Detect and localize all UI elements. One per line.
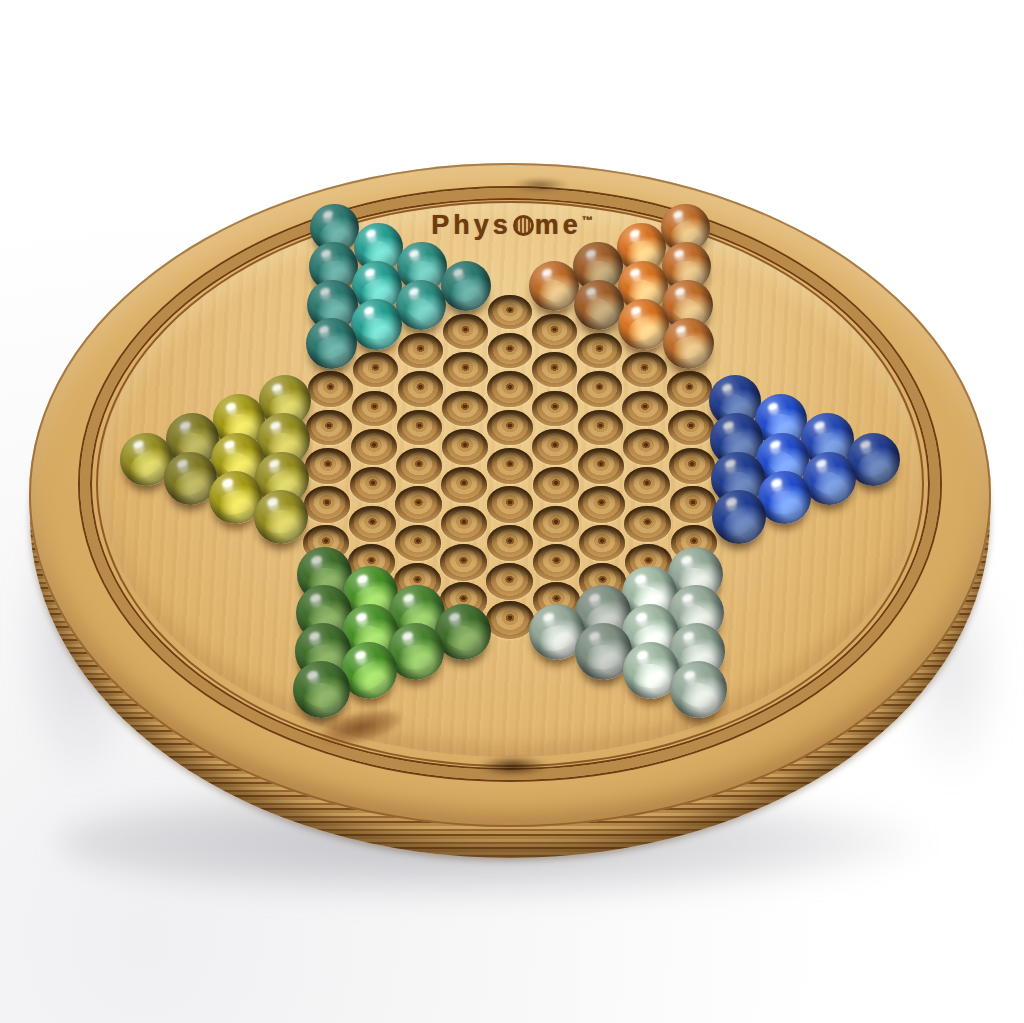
- product-photo: Physme™: [0, 0, 1024, 1023]
- marble-orange[interactable]: [574, 280, 624, 330]
- marble-teal[interactable]: [351, 299, 402, 350]
- marble-teal[interactable]: [396, 280, 446, 330]
- marble-orange[interactable]: [663, 318, 714, 369]
- marble-orange[interactable]: [529, 261, 579, 311]
- marble-teal[interactable]: [441, 261, 491, 311]
- marble-gray-white[interactable]: [670, 661, 727, 718]
- marble-green[interactable]: [293, 661, 350, 718]
- marble-teal[interactable]: [306, 318, 357, 369]
- marbles-layer: [0, 0, 1024, 1023]
- marble-olive-yellow[interactable]: [254, 490, 308, 544]
- marble-orange[interactable]: [618, 299, 669, 350]
- marble-blue[interactable]: [712, 490, 766, 544]
